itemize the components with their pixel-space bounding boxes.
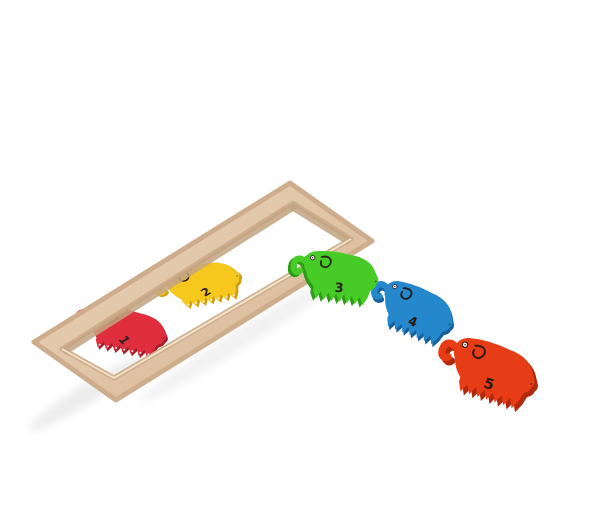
piece-chain: 543: [287, 246, 547, 416]
toy-photo-stage: 12 543: [0, 0, 600, 507]
elephant-piece-5[interactable]: 5: [431, 329, 547, 417]
piece-number: 3: [334, 280, 344, 295]
elephant-puzzle-scene: 12 543: [0, 0, 600, 507]
